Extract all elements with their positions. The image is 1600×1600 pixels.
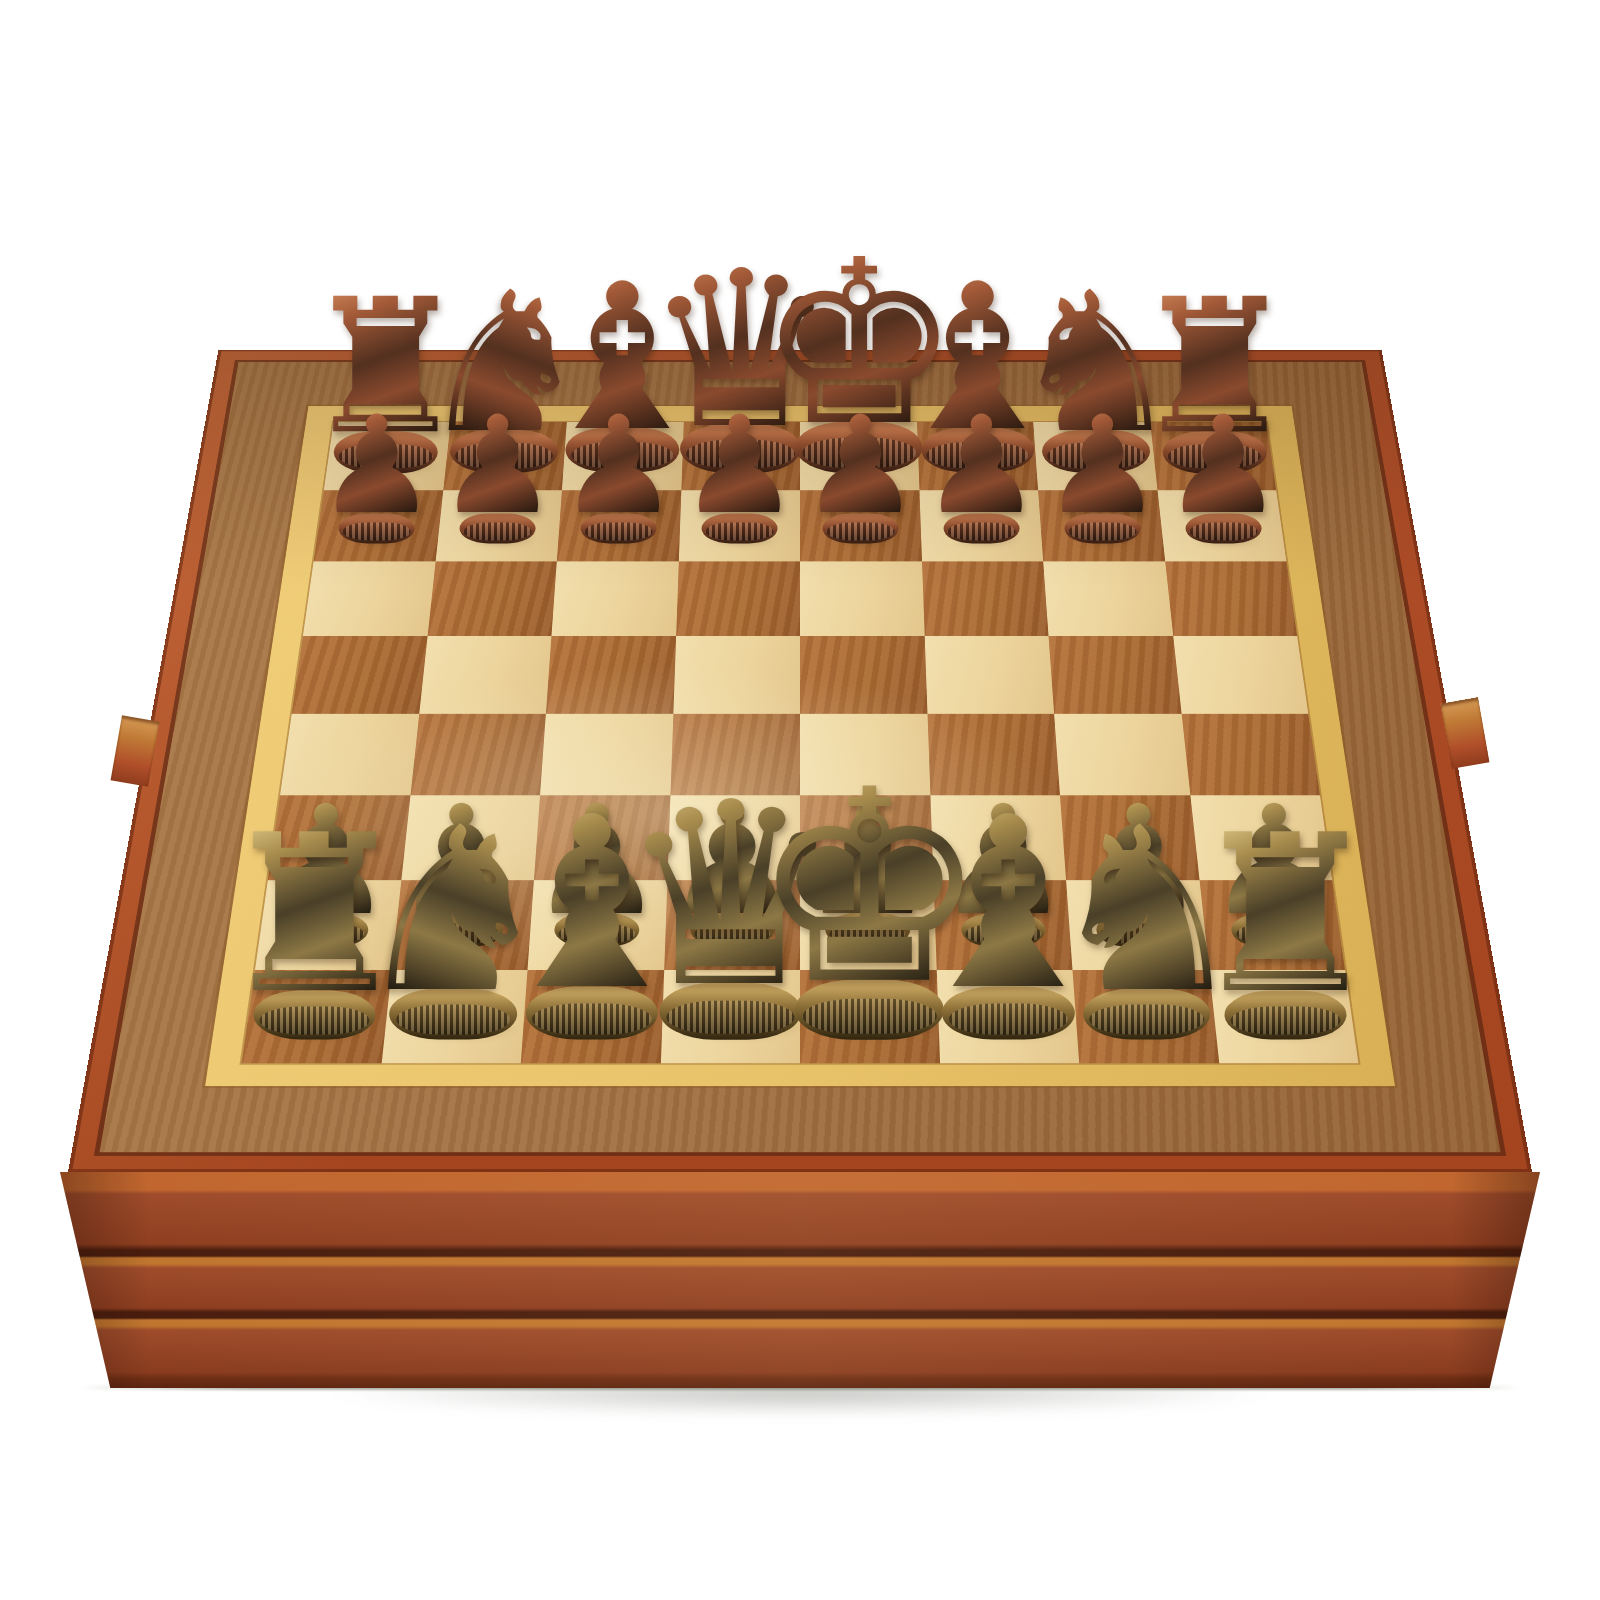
product-photo-scene: ♜♞♝♛♚♝♞♜♟♟♟♟♟♟♟♟♟♟♟♟♟♟♟♟♜♞♝♛♚♝♞♜ — [0, 0, 1600, 1600]
pawn-icon: ♟ — [437, 405, 558, 529]
piece-white-rook-h1: ♜ — [1188, 816, 1383, 1040]
pawn-icon: ♟ — [1163, 405, 1284, 529]
pawn-icon: ♟ — [316, 405, 437, 529]
piece-black-pawn-f7: ♟ — [921, 405, 1042, 544]
piece-black-pawn-b7: ♟ — [437, 405, 558, 544]
piece-black-pawn-h7: ♟ — [1163, 405, 1284, 544]
pawn-icon: ♟ — [558, 405, 679, 529]
pawn-icon: ♟ — [800, 405, 921, 529]
pawn-icon: ♟ — [921, 405, 1042, 529]
pieces-layer: ♜♞♝♛♚♝♞♜♟♟♟♟♟♟♟♟♟♟♟♟♟♟♟♟♜♞♝♛♚♝♞♜ — [0, 0, 1600, 1600]
rook-icon: ♜ — [1188, 816, 1383, 1016]
piece-black-pawn-c7: ♟ — [558, 405, 679, 544]
piece-black-pawn-a7: ♟ — [316, 405, 437, 544]
piece-black-pawn-d7: ♟ — [679, 405, 800, 544]
pawn-icon: ♟ — [679, 405, 800, 529]
piece-black-pawn-e7: ♟ — [800, 405, 921, 544]
piece-black-pawn-g7: ♟ — [1042, 405, 1163, 544]
pawn-icon: ♟ — [1042, 405, 1163, 529]
